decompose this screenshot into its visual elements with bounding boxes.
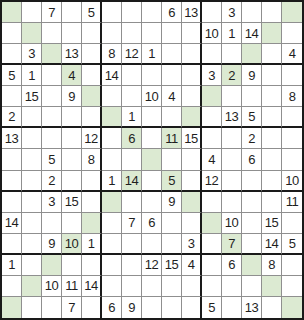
cell-r8-c5[interactable]: 1	[102, 171, 122, 192]
cell-r4-c11[interactable]	[222, 86, 242, 107]
cell-r8-c14[interactable]: 10	[282, 171, 302, 192]
cell-r3-c0[interactable]: 5	[2, 65, 22, 86]
cell-r1-c10[interactable]: 10	[202, 23, 222, 44]
cell-r14-c5[interactable]: 6	[102, 297, 122, 318]
cell-r5-c14[interactable]	[282, 107, 302, 128]
cell-r11-c3[interactable]: 10	[62, 234, 82, 255]
cell-r10-c0[interactable]: 14	[2, 213, 22, 234]
cell-r8-c0[interactable]	[2, 171, 22, 192]
cell-r5-c9[interactable]	[182, 107, 202, 128]
cell-r1-c12[interactable]: 14	[242, 23, 262, 44]
cell-r3-c6[interactable]	[122, 65, 142, 86]
cell-r0-c10[interactable]	[202, 2, 222, 23]
cell-r4-c10[interactable]	[202, 86, 222, 107]
cell-r6-c8[interactable]: 11	[162, 128, 182, 149]
cell-r1-c9[interactable]	[182, 23, 202, 44]
cell-r11-c4[interactable]: 1	[82, 234, 102, 255]
cell-r12-c6[interactable]	[122, 255, 142, 276]
cell-r2-c5[interactable]: 8	[102, 44, 122, 65]
cell-r6-c5[interactable]	[102, 128, 122, 149]
cell-r12-c3[interactable]	[62, 255, 82, 276]
cell-r10-c12[interactable]	[242, 213, 262, 234]
cell-r12-c8[interactable]: 15	[162, 255, 182, 276]
cell-r2-c2[interactable]	[42, 44, 62, 65]
cell-r0-c7[interactable]	[142, 2, 162, 23]
cell-r12-c4[interactable]	[82, 255, 102, 276]
cell-r1-c2[interactable]	[42, 23, 62, 44]
cell-r12-c13[interactable]: 8	[262, 255, 282, 276]
cell-r14-c9[interactable]	[182, 297, 202, 318]
cell-r13-c12[interactable]	[242, 276, 262, 297]
cell-r6-c10[interactable]	[202, 128, 222, 149]
cell-r12-c12[interactable]	[242, 255, 262, 276]
cell-r12-c10[interactable]	[202, 255, 222, 276]
cell-r14-c3[interactable]: 7	[62, 297, 82, 318]
cell-r9-c6[interactable]	[122, 192, 142, 213]
cell-r1-c1[interactable]	[22, 23, 42, 44]
cell-r7-c9[interactable]	[182, 149, 202, 170]
cell-r14-c4[interactable]	[82, 297, 102, 318]
cell-r14-c6[interactable]: 9	[122, 297, 142, 318]
cell-r5-c7[interactable]	[142, 107, 162, 128]
cell-r7-c2[interactable]: 5	[42, 149, 62, 170]
cell-r3-c1[interactable]: 1	[22, 65, 42, 86]
cell-r7-c14[interactable]	[282, 149, 302, 170]
cell-r10-c1[interactable]	[22, 213, 42, 234]
cell-r1-c4[interactable]	[82, 23, 102, 44]
cell-r9-c4[interactable]	[82, 192, 102, 213]
cell-r1-c3[interactable]	[62, 23, 82, 44]
cell-r6-c12[interactable]: 2	[242, 128, 262, 149]
cell-r14-c2[interactable]	[42, 297, 62, 318]
cell-r9-c7[interactable]	[142, 192, 162, 213]
cell-r0-c14[interactable]	[282, 2, 302, 23]
cell-r8-c8[interactable]: 5	[162, 171, 182, 192]
cell-r10-c6[interactable]: 7	[122, 213, 142, 234]
cell-r7-c1[interactable]	[22, 149, 42, 170]
cell-r13-c6[interactable]	[122, 276, 142, 297]
cell-r6-c2[interactable]	[42, 128, 62, 149]
cell-r5-c0[interactable]: 2	[2, 107, 22, 128]
cell-r8-c3[interactable]	[62, 171, 82, 192]
cell-r3-c7[interactable]	[142, 65, 162, 86]
cell-r7-c12[interactable]: 6	[242, 149, 262, 170]
cell-r1-c6[interactable]	[122, 23, 142, 44]
cell-r14-c11[interactable]	[222, 297, 242, 318]
cell-r7-c4[interactable]: 8	[82, 149, 102, 170]
cell-r11-c1[interactable]	[22, 234, 42, 255]
cell-r4-c14[interactable]: 8	[282, 86, 302, 107]
cell-r0-c2[interactable]: 7	[42, 2, 62, 23]
cell-r3-c11[interactable]: 2	[222, 65, 242, 86]
cell-r2-c11[interactable]	[222, 44, 242, 65]
cell-r12-c14[interactable]	[282, 255, 302, 276]
cell-r3-c14[interactable]	[282, 65, 302, 86]
cell-r13-c4[interactable]: 14	[82, 276, 102, 297]
cell-r10-c3[interactable]	[62, 213, 82, 234]
cell-r2-c6[interactable]: 12	[122, 44, 142, 65]
cell-r9-c13[interactable]	[262, 192, 282, 213]
cell-r5-c6[interactable]: 1	[122, 107, 142, 128]
cell-r1-c0[interactable]	[2, 23, 22, 44]
cell-r2-c9[interactable]	[182, 44, 202, 65]
cell-r13-c7[interactable]	[142, 276, 162, 297]
cell-r9-c8[interactable]: 9	[162, 192, 182, 213]
cell-r3-c9[interactable]	[182, 65, 202, 86]
cell-r13-c9[interactable]	[182, 276, 202, 297]
cell-r4-c7[interactable]: 10	[142, 86, 162, 107]
cell-r3-c3[interactable]: 4	[62, 65, 82, 86]
cell-r5-c1[interactable]	[22, 107, 42, 128]
cell-r14-c14[interactable]	[282, 297, 302, 318]
cell-r0-c12[interactable]	[242, 2, 262, 23]
cell-r13-c8[interactable]	[162, 276, 182, 297]
cell-r13-c5[interactable]	[102, 276, 122, 297]
cell-r14-c10[interactable]: 5	[202, 297, 222, 318]
cell-r9-c2[interactable]: 3	[42, 192, 62, 213]
cell-r3-c5[interactable]: 14	[102, 65, 122, 86]
cell-r10-c13[interactable]: 15	[262, 213, 282, 234]
cell-r9-c3[interactable]: 15	[62, 192, 82, 213]
cell-r0-c4[interactable]: 5	[82, 2, 102, 23]
cell-r2-c8[interactable]	[162, 44, 182, 65]
cell-r13-c0[interactable]	[2, 276, 22, 297]
cell-r13-c14[interactable]	[282, 276, 302, 297]
cell-r13-c2[interactable]: 10	[42, 276, 62, 297]
cell-r8-c1[interactable]	[22, 171, 42, 192]
cell-r8-c2[interactable]: 2	[42, 171, 62, 192]
cell-r12-c9[interactable]: 4	[182, 255, 202, 276]
cell-r2-c14[interactable]: 4	[282, 44, 302, 65]
cell-r12-c11[interactable]: 6	[222, 255, 242, 276]
cell-r2-c10[interactable]	[202, 44, 222, 65]
cell-r11-c9[interactable]: 3	[182, 234, 202, 255]
cell-r10-c5[interactable]	[102, 213, 122, 234]
cell-r5-c10[interactable]	[202, 107, 222, 128]
cell-r2-c0[interactable]	[2, 44, 22, 65]
cell-r10-c8[interactable]	[162, 213, 182, 234]
cell-r7-c11[interactable]	[222, 149, 242, 170]
cell-r7-c5[interactable]	[102, 149, 122, 170]
cell-r4-c6[interactable]	[122, 86, 142, 107]
cell-r0-c8[interactable]: 6	[162, 2, 182, 23]
cell-r7-c6[interactable]	[122, 149, 142, 170]
cell-r6-c1[interactable]	[22, 128, 42, 149]
cell-r6-c7[interactable]	[142, 128, 162, 149]
cell-r12-c1[interactable]	[22, 255, 42, 276]
cell-r9-c0[interactable]	[2, 192, 22, 213]
cell-r14-c1[interactable]	[22, 297, 42, 318]
cell-r8-c9[interactable]	[182, 171, 202, 192]
cell-r5-c2[interactable]	[42, 107, 62, 128]
cell-r10-c14[interactable]	[282, 213, 302, 234]
cell-r5-c4[interactable]	[82, 107, 102, 128]
cell-r8-c12[interactable]	[242, 171, 262, 192]
cell-r2-c7[interactable]: 1	[142, 44, 162, 65]
cell-r8-c10[interactable]: 12	[202, 171, 222, 192]
cell-r5-c8[interactable]	[162, 107, 182, 128]
cell-r6-c4[interactable]: 12	[82, 128, 102, 149]
cell-r11-c6[interactable]	[122, 234, 142, 255]
cell-r6-c11[interactable]	[222, 128, 242, 149]
cell-r8-c6[interactable]: 14	[122, 171, 142, 192]
cell-r5-c3[interactable]	[62, 107, 82, 128]
cell-r9-c14[interactable]: 11	[282, 192, 302, 213]
cell-r6-c3[interactable]	[62, 128, 82, 149]
cell-r0-c0[interactable]	[2, 2, 22, 23]
cell-r4-c9[interactable]	[182, 86, 202, 107]
cell-r4-c8[interactable]: 4	[162, 86, 182, 107]
cell-r4-c13[interactable]	[262, 86, 282, 107]
cell-r12-c2[interactable]	[42, 255, 62, 276]
cell-r0-c13[interactable]	[262, 2, 282, 23]
cell-r7-c13[interactable]	[262, 149, 282, 170]
cell-r9-c1[interactable]	[22, 192, 42, 213]
cell-r2-c3[interactable]: 13	[62, 44, 82, 65]
cell-r1-c13[interactable]	[262, 23, 282, 44]
cell-r0-c1[interactable]	[22, 2, 42, 23]
cell-r3-c12[interactable]: 9	[242, 65, 262, 86]
cell-r12-c5[interactable]	[102, 255, 122, 276]
cell-r11-c10[interactable]	[202, 234, 222, 255]
cell-r1-c14[interactable]	[282, 23, 302, 44]
cell-r13-c1[interactable]	[22, 276, 42, 297]
cell-r3-c2[interactable]	[42, 65, 62, 86]
cell-r14-c8[interactable]	[162, 297, 182, 318]
cell-r7-c7[interactable]	[142, 149, 162, 170]
cell-r8-c11[interactable]	[222, 171, 242, 192]
cell-r10-c4[interactable]	[82, 213, 102, 234]
cell-r11-c2[interactable]: 9	[42, 234, 62, 255]
cell-r2-c1[interactable]: 3	[22, 44, 42, 65]
cell-r10-c7[interactable]: 6	[142, 213, 162, 234]
cell-r2-c12[interactable]	[242, 44, 262, 65]
cell-r4-c5[interactable]	[102, 86, 122, 107]
cell-r9-c11[interactable]	[222, 192, 242, 213]
cell-r9-c12[interactable]	[242, 192, 262, 213]
cell-r6-c0[interactable]: 13	[2, 128, 22, 149]
cell-r11-c7[interactable]	[142, 234, 162, 255]
cell-r10-c10[interactable]	[202, 213, 222, 234]
cell-r2-c4[interactable]	[82, 44, 102, 65]
cell-r8-c7[interactable]	[142, 171, 162, 192]
cell-r5-c12[interactable]: 5	[242, 107, 262, 128]
cell-r11-c8[interactable]	[162, 234, 182, 255]
cell-r7-c0[interactable]	[2, 149, 22, 170]
cell-r7-c3[interactable]	[62, 149, 82, 170]
cell-r12-c7[interactable]: 12	[142, 255, 162, 276]
cell-r6-c14[interactable]	[282, 128, 302, 149]
cell-r14-c13[interactable]	[262, 297, 282, 318]
cell-r0-c5[interactable]	[102, 2, 122, 23]
cell-r9-c9[interactable]	[182, 192, 202, 213]
cell-r14-c0[interactable]	[2, 297, 22, 318]
cell-r13-c10[interactable]	[202, 276, 222, 297]
cell-r14-c12[interactable]: 13	[242, 297, 262, 318]
cell-r0-c11[interactable]: 3	[222, 2, 242, 23]
cell-r12-c0[interactable]: 1	[2, 255, 22, 276]
cell-r10-c11[interactable]: 10	[222, 213, 242, 234]
cell-r6-c9[interactable]: 15	[182, 128, 202, 149]
cell-r8-c4[interactable]	[82, 171, 102, 192]
cell-r5-c5[interactable]	[102, 107, 122, 128]
cell-r11-c13[interactable]: 14	[262, 234, 282, 255]
cell-r4-c4[interactable]	[82, 86, 102, 107]
cell-r11-c0[interactable]	[2, 234, 22, 255]
cell-r11-c11[interactable]: 7	[222, 234, 242, 255]
cell-r4-c2[interactable]	[42, 86, 62, 107]
cell-r0-c9[interactable]: 13	[182, 2, 202, 23]
cell-r4-c1[interactable]: 15	[22, 86, 42, 107]
cell-r10-c9[interactable]	[182, 213, 202, 234]
cell-r0-c6[interactable]	[122, 2, 142, 23]
cell-r7-c8[interactable]	[162, 149, 182, 170]
cell-r7-c10[interactable]: 4	[202, 149, 222, 170]
cell-r6-c13[interactable]	[262, 128, 282, 149]
cell-r9-c10[interactable]	[202, 192, 222, 213]
cell-r8-c13[interactable]	[262, 171, 282, 192]
cell-r1-c5[interactable]	[102, 23, 122, 44]
cell-r0-c3[interactable]	[62, 2, 82, 23]
cell-r14-c7[interactable]	[142, 297, 162, 318]
cell-r3-c4[interactable]	[82, 65, 102, 86]
cell-r2-c13[interactable]	[262, 44, 282, 65]
sudoku-board: 7561331011431381214514143291591048211351…	[0, 0, 304, 320]
cell-r9-c5[interactable]	[102, 192, 122, 213]
cell-r3-c8[interactable]	[162, 65, 182, 86]
cell-r13-c13[interactable]	[262, 276, 282, 297]
cell-r5-c13[interactable]	[262, 107, 282, 128]
cell-r6-c6[interactable]: 6	[122, 128, 142, 149]
cell-r10-c2[interactable]	[42, 213, 62, 234]
cell-r11-c14[interactable]: 5	[282, 234, 302, 255]
cell-r4-c3[interactable]: 9	[62, 86, 82, 107]
cell-r1-c11[interactable]: 1	[222, 23, 242, 44]
cell-r11-c5[interactable]	[102, 234, 122, 255]
cell-r4-c0[interactable]	[2, 86, 22, 107]
cell-r3-c13[interactable]	[262, 65, 282, 86]
cell-r3-c10[interactable]: 3	[202, 65, 222, 86]
cell-r1-c7[interactable]	[142, 23, 162, 44]
cell-r4-c12[interactable]	[242, 86, 262, 107]
cell-r13-c3[interactable]: 11	[62, 276, 82, 297]
cell-r11-c12[interactable]	[242, 234, 262, 255]
cell-r13-c11[interactable]	[222, 276, 242, 297]
cell-r5-c11[interactable]: 13	[222, 107, 242, 128]
cell-r1-c8[interactable]	[162, 23, 182, 44]
